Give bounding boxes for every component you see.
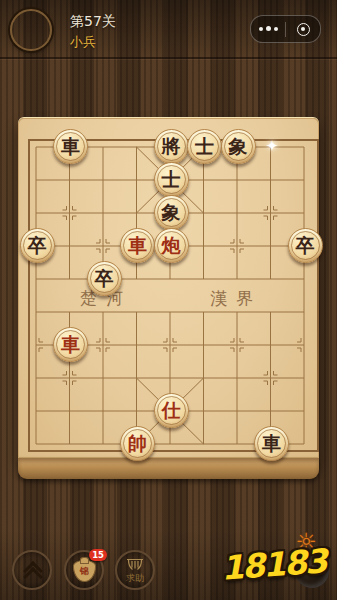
target-circle-icon: [297, 23, 310, 36]
player-avatar: [10, 9, 52, 51]
piece-black-車[interactable]: 車: [53, 129, 88, 164]
hint-bag-button[interactable]: 锦 15: [64, 550, 104, 590]
piece-black-車[interactable]: 車: [254, 426, 289, 461]
player-title: 小兵: [70, 33, 96, 51]
canopy-icon: [125, 557, 145, 573]
hint-count-badge: 15: [89, 549, 107, 561]
piece-black-卒[interactable]: 卒: [87, 261, 122, 296]
more-dots-icon: [259, 27, 278, 32]
sparkle-effect: ✦: [262, 136, 282, 156]
piece-black-象[interactable]: 象: [221, 129, 256, 164]
expand-button[interactable]: [12, 550, 52, 590]
watermark-18183: ☼ 18183: [221, 530, 331, 592]
game-screen: 第57关 小兵 楚河 漢界 車將士象士象卒車炮卒卒車仕帥車 ✦ 锦 15 求助: [0, 0, 337, 600]
piece-black-卒[interactable]: 卒: [288, 228, 323, 263]
watermark-text: 18183: [220, 541, 327, 587]
close-button[interactable]: [286, 16, 320, 42]
piece-red-帥[interactable]: 帥: [120, 426, 155, 461]
piece-red-車[interactable]: 車: [53, 327, 88, 362]
menu-button[interactable]: [251, 16, 285, 42]
piece-black-將[interactable]: 將: [154, 129, 189, 164]
piece-black-士[interactable]: 士: [154, 162, 189, 197]
wood-seam: [0, 57, 337, 59]
piece-red-車[interactable]: 車: [120, 228, 155, 263]
piece-black-士[interactable]: 士: [187, 129, 222, 164]
piece-layer: 車將士象士象卒車炮卒卒車仕帥車: [18, 118, 319, 458]
miniprogram-capsule: [250, 15, 321, 43]
xiangqi-board[interactable]: 楚河 漢界 車將士象士象卒車炮卒卒車仕帥車 ✦: [18, 118, 319, 458]
piece-black-卒[interactable]: 卒: [20, 228, 55, 263]
piece-red-炮[interactable]: 炮: [154, 228, 189, 263]
piece-black-象[interactable]: 象: [154, 195, 189, 230]
piece-red-仕[interactable]: 仕: [154, 393, 189, 428]
help-button[interactable]: 求助: [115, 550, 155, 590]
board-front-edge: [18, 458, 319, 479]
money-bag-icon: 锦: [73, 560, 96, 582]
level-label: 第57关: [70, 13, 116, 31]
help-label: 求助: [117, 572, 153, 585]
